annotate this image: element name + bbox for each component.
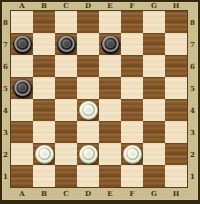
square-e7[interactable] bbox=[99, 33, 121, 55]
rank-label-2-left: 2 bbox=[0, 143, 11, 165]
square-g4[interactable] bbox=[143, 99, 165, 121]
file-label-f-top: F bbox=[121, 1, 143, 10]
square-f6[interactable] bbox=[121, 55, 143, 77]
square-f7[interactable] bbox=[121, 33, 143, 55]
square-a2[interactable] bbox=[11, 143, 33, 165]
square-e2[interactable] bbox=[99, 143, 121, 165]
square-e5[interactable] bbox=[99, 77, 121, 99]
rank-label-8-left: 8 bbox=[0, 11, 11, 33]
square-b2[interactable] bbox=[33, 143, 55, 165]
file-label-e-top: E bbox=[99, 1, 121, 10]
square-d6[interactable] bbox=[77, 55, 99, 77]
square-g1[interactable] bbox=[143, 165, 165, 187]
file-label-b-bottom: B bbox=[33, 189, 55, 198]
white-man-b2[interactable] bbox=[35, 145, 54, 164]
rank-label-1-right: 1 bbox=[187, 165, 198, 187]
square-c1[interactable] bbox=[55, 165, 77, 187]
square-g8[interactable] bbox=[143, 11, 165, 33]
rank-label-6-right: 6 bbox=[187, 55, 198, 77]
square-f1[interactable] bbox=[121, 165, 143, 187]
square-d7[interactable] bbox=[77, 33, 99, 55]
black-man-a7[interactable] bbox=[13, 35, 32, 54]
file-label-h-top: H bbox=[165, 1, 187, 10]
black-man-a5[interactable] bbox=[13, 79, 32, 98]
square-e1[interactable] bbox=[99, 165, 121, 187]
file-label-g-bottom: G bbox=[143, 189, 165, 198]
square-d2[interactable] bbox=[77, 143, 99, 165]
square-e4[interactable] bbox=[99, 99, 121, 121]
file-label-g-top: G bbox=[143, 1, 165, 10]
square-f4[interactable] bbox=[121, 99, 143, 121]
file-label-d-bottom: D bbox=[77, 189, 99, 198]
square-a4[interactable] bbox=[11, 99, 33, 121]
rank-label-4-right: 4 bbox=[187, 99, 198, 121]
file-label-f-bottom: F bbox=[121, 189, 143, 198]
square-b1[interactable] bbox=[33, 165, 55, 187]
rank-label-3-right: 3 bbox=[187, 121, 198, 143]
square-e8[interactable] bbox=[99, 11, 121, 33]
square-f5[interactable] bbox=[121, 77, 143, 99]
file-label-d-top: D bbox=[77, 1, 99, 10]
white-man-f2[interactable] bbox=[123, 145, 142, 164]
square-b4[interactable] bbox=[33, 99, 55, 121]
square-a7[interactable] bbox=[11, 33, 33, 55]
rank-label-1-left: 1 bbox=[0, 165, 11, 187]
square-a6[interactable] bbox=[11, 55, 33, 77]
file-label-e-bottom: E bbox=[99, 189, 121, 198]
square-b5[interactable] bbox=[33, 77, 55, 99]
square-a5[interactable] bbox=[11, 77, 33, 99]
square-e3[interactable] bbox=[99, 121, 121, 143]
square-c5[interactable] bbox=[55, 77, 77, 99]
square-b6[interactable] bbox=[33, 55, 55, 77]
square-h7[interactable] bbox=[165, 33, 187, 55]
rank-label-7-left: 7 bbox=[0, 33, 11, 55]
square-h4[interactable] bbox=[165, 99, 187, 121]
file-label-c-top: C bbox=[55, 1, 77, 10]
file-label-a-top: A bbox=[11, 1, 33, 10]
square-g2[interactable] bbox=[143, 143, 165, 165]
square-b8[interactable] bbox=[33, 11, 55, 33]
square-b3[interactable] bbox=[33, 121, 55, 143]
rank-label-6-left: 6 bbox=[0, 55, 11, 77]
square-e6[interactable] bbox=[99, 55, 121, 77]
square-d1[interactable] bbox=[77, 165, 99, 187]
square-c4[interactable] bbox=[55, 99, 77, 121]
square-a3[interactable] bbox=[11, 121, 33, 143]
square-h3[interactable] bbox=[165, 121, 187, 143]
rank-label-5-right: 5 bbox=[187, 77, 198, 99]
square-h2[interactable] bbox=[165, 143, 187, 165]
square-h6[interactable] bbox=[165, 55, 187, 77]
rank-label-5-left: 5 bbox=[0, 77, 11, 99]
square-a8[interactable] bbox=[11, 11, 33, 33]
rank-label-7-right: 7 bbox=[187, 33, 198, 55]
square-f2[interactable] bbox=[121, 143, 143, 165]
square-c7[interactable] bbox=[55, 33, 77, 55]
square-g6[interactable] bbox=[143, 55, 165, 77]
black-man-c7[interactable] bbox=[57, 35, 76, 54]
checkers-board-window: AABBCCDDEEFFGGHH8877665544332211 bbox=[0, 0, 200, 204]
square-g5[interactable] bbox=[143, 77, 165, 99]
white-man-d4[interactable] bbox=[79, 101, 98, 120]
square-h1[interactable] bbox=[165, 165, 187, 187]
file-label-a-bottom: A bbox=[11, 189, 33, 198]
rank-label-4-left: 4 bbox=[0, 99, 11, 121]
square-d5[interactable] bbox=[77, 77, 99, 99]
square-c2[interactable] bbox=[55, 143, 77, 165]
black-man-e7[interactable] bbox=[101, 35, 120, 54]
rank-label-3-left: 3 bbox=[0, 121, 11, 143]
square-g7[interactable] bbox=[143, 33, 165, 55]
square-c3[interactable] bbox=[55, 121, 77, 143]
square-f3[interactable] bbox=[121, 121, 143, 143]
file-label-c-bottom: C bbox=[55, 189, 77, 198]
file-label-b-top: B bbox=[33, 1, 55, 10]
square-h5[interactable] bbox=[165, 77, 187, 99]
square-f8[interactable] bbox=[121, 11, 143, 33]
square-b7[interactable] bbox=[33, 33, 55, 55]
board[interactable] bbox=[11, 11, 187, 187]
square-d3[interactable] bbox=[77, 121, 99, 143]
square-h8[interactable] bbox=[165, 11, 187, 33]
square-g3[interactable] bbox=[143, 121, 165, 143]
file-label-h-bottom: H bbox=[165, 189, 187, 198]
rank-label-2-right: 2 bbox=[187, 143, 198, 165]
white-man-d2[interactable] bbox=[79, 145, 98, 164]
square-c6[interactable] bbox=[55, 55, 77, 77]
square-d4[interactable] bbox=[77, 99, 99, 121]
rank-label-8-right: 8 bbox=[187, 11, 198, 33]
square-c8[interactable] bbox=[55, 11, 77, 33]
square-a1[interactable] bbox=[11, 165, 33, 187]
square-d8[interactable] bbox=[77, 11, 99, 33]
